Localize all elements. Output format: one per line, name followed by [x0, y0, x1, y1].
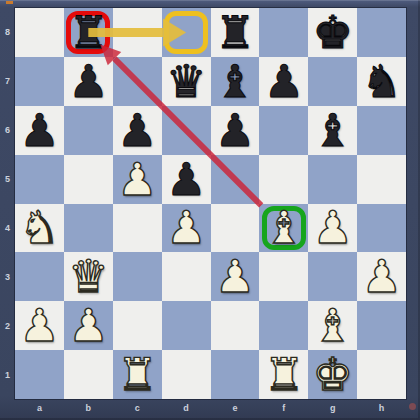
square-h5[interactable] — [357, 155, 406, 204]
file-label-a: a — [15, 399, 64, 416]
rank-labels: 87654321 — [0, 8, 15, 399]
square-c2[interactable] — [113, 301, 162, 350]
square-b5[interactable] — [64, 155, 113, 204]
square-b1[interactable] — [64, 350, 113, 399]
piece-black-bishop-e7[interactable]: ♝ — [211, 57, 260, 106]
square-a5[interactable] — [15, 155, 64, 204]
rank-label-1: 1 — [0, 350, 15, 399]
chess-board-window: 87654321 ♜♜♚♟♛♝♟♞♟♟♟♝♟♟♞♟♝♟♛♟♟♟♟♝♜♜♚ abc… — [0, 0, 420, 420]
piece-black-rook-b8[interactable]: ♜ — [64, 8, 113, 57]
square-a1[interactable] — [15, 350, 64, 399]
piece-white-pawn-a2[interactable]: ♟ — [15, 301, 64, 350]
corner-mark-top-left — [6, 1, 13, 4]
piece-white-pawn-e3[interactable]: ♟ — [211, 252, 260, 301]
square-f6[interactable] — [259, 106, 308, 155]
piece-white-pawn-h3[interactable]: ♟ — [357, 252, 406, 301]
rank-label-5: 5 — [0, 155, 15, 204]
piece-black-pawn-c6[interactable]: ♟ — [113, 106, 162, 155]
piece-black-king-g8[interactable]: ♚ — [308, 8, 357, 57]
square-c7[interactable] — [113, 57, 162, 106]
piece-white-bishop-f4[interactable]: ♝ — [259, 204, 308, 253]
square-f3[interactable] — [259, 252, 308, 301]
rank-label-3: 3 — [0, 252, 15, 301]
square-c3[interactable] — [113, 252, 162, 301]
square-a7[interactable] — [15, 57, 64, 106]
square-d8[interactable] — [162, 8, 211, 57]
piece-black-bishop-g6[interactable]: ♝ — [308, 106, 357, 155]
square-g7[interactable] — [308, 57, 357, 106]
square-h6[interactable] — [357, 106, 406, 155]
square-c8[interactable] — [113, 8, 162, 57]
square-a3[interactable] — [15, 252, 64, 301]
piece-white-king-g1[interactable]: ♚ — [308, 350, 357, 399]
piece-white-rook-f1[interactable]: ♜ — [259, 350, 308, 399]
piece-white-bishop-g2[interactable]: ♝ — [308, 301, 357, 350]
rank-label-7: 7 — [0, 57, 15, 106]
square-h4[interactable] — [357, 204, 406, 253]
piece-black-queen-d7[interactable]: ♛ — [162, 57, 211, 106]
file-label-b: b — [64, 399, 113, 416]
rank-label-8: 8 — [0, 8, 15, 57]
square-f8[interactable] — [259, 8, 308, 57]
square-h8[interactable] — [357, 8, 406, 57]
piece-black-rook-e8[interactable]: ♜ — [211, 8, 260, 57]
square-a8[interactable] — [15, 8, 64, 57]
square-h2[interactable] — [357, 301, 406, 350]
square-c4[interactable] — [113, 204, 162, 253]
square-d3[interactable] — [162, 252, 211, 301]
square-e1[interactable] — [211, 350, 260, 399]
piece-black-pawn-f7[interactable]: ♟ — [259, 57, 308, 106]
square-d2[interactable] — [162, 301, 211, 350]
piece-white-pawn-b2[interactable]: ♟ — [64, 301, 113, 350]
piece-white-pawn-g4[interactable]: ♟ — [308, 204, 357, 253]
square-b4[interactable] — [64, 204, 113, 253]
square-g5[interactable] — [308, 155, 357, 204]
piece-black-pawn-e6[interactable]: ♟ — [211, 106, 260, 155]
piece-white-pawn-d4[interactable]: ♟ — [162, 204, 211, 253]
corner-mark-bottom-right — [409, 403, 416, 410]
piece-black-pawn-d5[interactable]: ♟ — [162, 155, 211, 204]
square-e5[interactable] — [211, 155, 260, 204]
file-label-c: c — [113, 399, 162, 416]
rank-label-4: 4 — [0, 204, 15, 253]
square-e4[interactable] — [211, 204, 260, 253]
square-g3[interactable] — [308, 252, 357, 301]
piece-black-pawn-a6[interactable]: ♟ — [15, 106, 64, 155]
file-label-d: d — [162, 399, 211, 416]
square-d6[interactable] — [162, 106, 211, 155]
file-label-e: e — [211, 399, 260, 416]
file-labels: abcdefgh — [15, 399, 406, 416]
rank-label-6: 6 — [0, 106, 15, 155]
file-label-h: h — [357, 399, 406, 416]
piece-white-queen-b3[interactable]: ♛ — [64, 252, 113, 301]
square-h1[interactable] — [357, 350, 406, 399]
square-d1[interactable] — [162, 350, 211, 399]
piece-white-pawn-c5[interactable]: ♟ — [113, 155, 162, 204]
square-b6[interactable] — [64, 106, 113, 155]
rank-label-2: 2 — [0, 301, 15, 350]
square-f2[interactable] — [259, 301, 308, 350]
file-label-g: g — [308, 399, 357, 416]
piece-white-knight-a4[interactable]: ♞ — [15, 204, 64, 253]
piece-black-pawn-b7[interactable]: ♟ — [64, 57, 113, 106]
piece-black-knight-h7[interactable]: ♞ — [357, 57, 406, 106]
file-label-f: f — [259, 399, 308, 416]
square-e2[interactable] — [211, 301, 260, 350]
piece-white-rook-c1[interactable]: ♜ — [113, 350, 162, 399]
square-f5[interactable] — [259, 155, 308, 204]
